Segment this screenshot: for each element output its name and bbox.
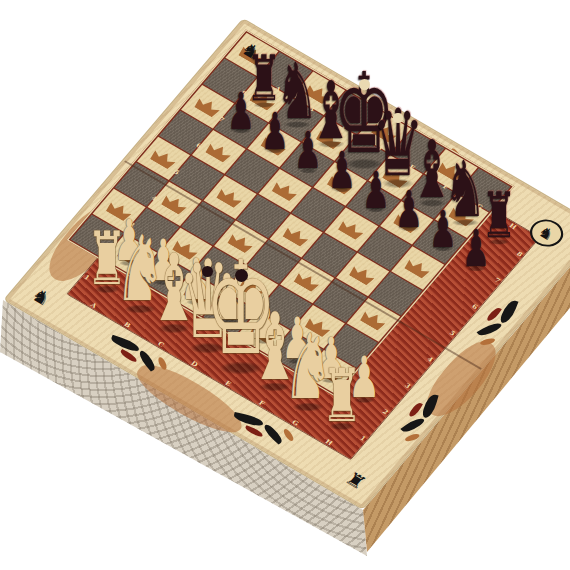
leaf-red <box>408 401 423 418</box>
crown-inlay <box>181 282 211 305</box>
crown-inlay <box>104 198 134 221</box>
crown-inlay <box>248 321 278 344</box>
crown-inlay <box>237 276 267 299</box>
chess-box-photo: AA11BB22CC33DD44EE55FF66GG77HH88 ♞♞♞♜ ♜♞… <box>0 0 570 570</box>
crown-inlay <box>303 315 333 338</box>
flame-black <box>109 335 141 353</box>
crown-inlay <box>248 88 278 111</box>
crown-inlay <box>170 237 200 260</box>
flame-black <box>232 412 264 427</box>
knight-emblem-west-corner: ♞ <box>26 284 56 310</box>
board-frame: AA11BB22CC33DD44EE55FF66GG77HH88 ♞♞♞♜ <box>3 18 570 510</box>
flame-black <box>476 320 502 338</box>
leaf-tan <box>404 432 421 442</box>
leaf-tan <box>282 428 295 442</box>
crown-inlay <box>215 185 245 208</box>
crown-inlay <box>325 172 355 195</box>
crown-inlay <box>281 224 311 247</box>
crown-inlay <box>148 147 178 170</box>
flame-black <box>499 298 519 324</box>
crown-inlay <box>347 263 377 286</box>
crown-inlay <box>314 127 344 150</box>
crown-inlay <box>447 204 477 227</box>
flame-black <box>136 349 159 371</box>
leaf-red <box>243 425 264 437</box>
crown-inlay <box>369 120 399 143</box>
crown-inlay <box>336 217 366 240</box>
crown-inlay <box>259 133 289 156</box>
crown-inlay <box>391 211 421 234</box>
crown-inlay <box>436 159 466 182</box>
crown-inlay <box>380 165 410 188</box>
flame-black <box>421 393 438 419</box>
rook-emblem-south-corner: ♜ <box>341 467 371 493</box>
leaf-red <box>486 306 502 322</box>
crown-inlay <box>115 244 145 267</box>
flame-black <box>400 415 426 434</box>
crown-inlay <box>303 81 333 104</box>
crown-inlay <box>402 256 432 279</box>
flame-black <box>261 423 286 444</box>
crown-inlay <box>204 140 234 163</box>
crown-inlay <box>193 95 223 118</box>
crown-inlay <box>270 179 300 202</box>
leaf-tan <box>156 356 168 370</box>
crown-inlay <box>314 360 344 383</box>
